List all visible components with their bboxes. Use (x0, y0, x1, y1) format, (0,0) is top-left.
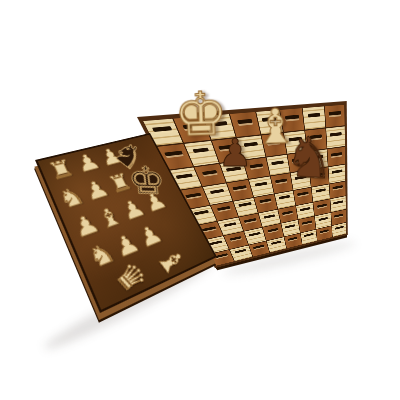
piece-slot[interactable] (300, 207, 311, 211)
piece-slot[interactable] (235, 249, 247, 254)
piece-slot[interactable] (285, 224, 296, 228)
piece-slot[interactable] (304, 233, 314, 237)
piece-slot[interactable] (209, 240, 222, 245)
piece-slot[interactable] (259, 199, 271, 204)
piece-slot[interactable] (223, 222, 236, 227)
piece-slot[interactable] (249, 232, 261, 237)
square-g1[interactable] (316, 226, 331, 241)
piece-slot[interactable] (318, 217, 328, 221)
piece-slot[interactable] (244, 218, 256, 223)
piece-slot[interactable] (237, 119, 253, 124)
square-d1[interactable] (267, 237, 286, 252)
piece-slot[interactable] (186, 193, 202, 198)
piece-slot[interactable] (217, 206, 231, 211)
piece-slot[interactable] (297, 192, 308, 196)
chess-set-scene: ♜♟♟♞♟♜♟♝♟♟♞♟♟♛♝♞♚ ♚♝♟♞ (0, 0, 400, 400)
piece-slot[interactable] (202, 226, 216, 231)
white-rook-stored[interactable]: ♜ (45, 156, 78, 184)
tray-pieces: ♜♟♟♞♟♜♟♝♟♟♞♟♟♛♝♞♚ (38, 135, 149, 161)
piece-slot[interactable] (279, 195, 291, 200)
piece-slot[interactable] (253, 245, 264, 249)
piece-slot[interactable] (233, 185, 247, 190)
piece-slot[interactable] (317, 203, 327, 207)
piece-slot[interactable] (282, 210, 293, 214)
king-cutout-hole: ♚ (126, 161, 168, 200)
piece-slot[interactable] (165, 151, 183, 157)
piece-slot[interactable] (335, 226, 344, 230)
piece-slot[interactable] (210, 189, 225, 194)
square-e1[interactable] (284, 233, 302, 248)
piece-slot[interactable] (329, 111, 341, 116)
piece-slot[interactable] (229, 236, 241, 241)
piece-slot[interactable] (216, 254, 228, 259)
piece-slot[interactable] (302, 221, 312, 225)
piece-slot[interactable] (238, 202, 251, 207)
black-pawn-piece[interactable]: ♟ (218, 134, 252, 172)
piece-slot[interactable] (267, 228, 278, 232)
piece-slot[interactable] (333, 185, 343, 189)
piece-slot[interactable] (320, 230, 329, 234)
piece-slot[interactable] (334, 214, 343, 218)
piece-slot[interactable] (263, 214, 275, 219)
piece-slot[interactable] (271, 160, 284, 165)
piece-slot[interactable] (194, 210, 209, 215)
black-knight-piece[interactable]: ♞ (283, 129, 336, 188)
piece-slot[interactable] (152, 126, 172, 132)
square-h8[interactable] (325, 105, 345, 128)
square-h1[interactable] (332, 222, 346, 236)
piece-slot[interactable] (176, 173, 193, 178)
square-f1[interactable] (301, 229, 318, 244)
square-c1[interactable] (249, 241, 270, 257)
piece-slot[interactable] (288, 237, 298, 241)
piece-slot[interactable] (254, 182, 267, 187)
piece-slot[interactable] (202, 169, 218, 174)
piece-slot[interactable] (333, 200, 342, 204)
piece-slot[interactable] (307, 113, 320, 118)
piece-slot[interactable] (271, 241, 282, 245)
